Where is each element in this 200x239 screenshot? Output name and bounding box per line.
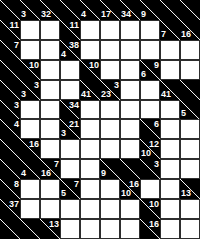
entry-cell-r10-c4[interactable] (80, 199, 100, 219)
entry-cell-r11-c4[interactable] (80, 219, 100, 239)
diagonal-line (160, 0, 180, 20)
diagonal-line (60, 0, 80, 20)
down-clue: 7 (161, 30, 166, 39)
clue-cell-r6-c7: 6 (140, 119, 160, 139)
entry-cell-r4-c7[interactable] (140, 80, 160, 100)
down-clue: 9 (101, 169, 106, 178)
entry-cell-r5-c2[interactable] (40, 100, 60, 120)
entry-cell-r8-c8[interactable] (160, 159, 180, 179)
diagonal-line (180, 80, 200, 100)
entry-cell-r11-c6[interactable] (120, 219, 140, 239)
entry-cell-r5-c7[interactable] (140, 100, 160, 120)
entry-cell-r5-c6[interactable] (120, 100, 140, 120)
down-clue: 41 (161, 90, 171, 99)
entry-cell-r3-c8[interactable] (160, 60, 180, 80)
entry-cell-r11-c5[interactable] (100, 219, 120, 239)
entry-cell-r11-c3[interactable] (60, 219, 80, 239)
entry-cell-r4-c2[interactable] (40, 80, 60, 100)
entry-cell-r9-c7[interactable] (140, 179, 160, 199)
diagonal-line (0, 80, 20, 100)
entry-cell-r10-c5[interactable] (100, 199, 120, 219)
entry-cell-r10-c9[interactable] (180, 199, 200, 219)
entry-cell-r1-c1[interactable] (20, 20, 40, 40)
clue-cell-r0-c1: 3 (20, 0, 40, 20)
entry-cell-r11-c9[interactable] (180, 219, 200, 239)
clue-cell-r3-c1: 10 (20, 60, 40, 80)
clue-cell-r0-c5: 17 (100, 0, 120, 20)
entry-cell-r1-c5[interactable] (100, 20, 120, 40)
clue-cell-r0-c6: 34 (120, 0, 140, 20)
down-clue: 10 (141, 149, 151, 158)
diagonal-line (0, 0, 20, 20)
down-clue: 16 (41, 169, 51, 178)
block-cell-r11-c1 (20, 219, 40, 239)
across-clue: 3 (114, 81, 119, 90)
diagonal-line (120, 159, 140, 179)
clue-cell-r0-c7: 9 (140, 0, 160, 20)
clue-cell-r8-c1: 4 (20, 159, 40, 179)
down-clue: 3 (21, 90, 26, 99)
block-cell-r3-c0 (0, 60, 20, 80)
block-cell-r0-c0 (0, 0, 20, 20)
entry-cell-r8-c4[interactable] (80, 159, 100, 179)
entry-cell-r1-c6[interactable] (120, 20, 140, 40)
clue-cell-r4-c1: 33 (20, 80, 40, 100)
entry-cell-r4-c6[interactable] (120, 80, 140, 100)
down-clue: 17 (101, 10, 111, 19)
across-clue: 16 (29, 140, 39, 149)
down-clue: 23 (101, 90, 111, 99)
block-cell-r11-c0 (0, 219, 20, 239)
clue-cell-r4-c4: 41 (80, 80, 100, 100)
entry-cell-r10-c8[interactable] (160, 199, 180, 219)
block-cell-r8-c6 (120, 159, 140, 179)
entry-cell-r11-c8[interactable] (160, 219, 180, 239)
diagonal-line (180, 0, 200, 20)
across-clue: 7 (14, 41, 19, 50)
across-clue: 16 (149, 220, 159, 229)
diagonal-line (0, 219, 20, 239)
clue-cell-r8-c7: 3 (140, 159, 160, 179)
across-clue: 38 (69, 41, 79, 50)
diagonal-line (0, 60, 20, 80)
down-clue: 4 (21, 169, 26, 178)
down-clue: 32 (41, 10, 51, 19)
entry-cell-r9-c8[interactable] (160, 179, 180, 199)
down-clue: 16 (181, 30, 191, 39)
entry-cell-r3-c6[interactable] (120, 60, 140, 80)
across-clue: 21 (69, 120, 79, 129)
clue-cell-r3-c7: 96 (140, 60, 160, 80)
entry-cell-r3-c2[interactable] (40, 60, 60, 80)
entry-cell-r1-c4[interactable] (80, 20, 100, 40)
entry-cell-r7-c9[interactable] (180, 139, 200, 159)
block-cell-r4-c0 (0, 80, 20, 100)
down-clue: 6 (141, 70, 146, 79)
across-clue: 11 (9, 21, 19, 30)
entry-cell-r10-c3[interactable] (60, 199, 80, 219)
entry-cell-r5-c5[interactable] (100, 100, 120, 120)
entry-cell-r2-c7[interactable] (140, 40, 160, 60)
across-clue: 10 (29, 61, 39, 70)
clue-cell-r1-c8: 7 (160, 20, 180, 40)
across-clue: 3 (154, 160, 159, 169)
clue-cell-r10-c0: 37 (0, 199, 20, 219)
down-clue: 41 (81, 90, 91, 99)
clue-cell-r10-c7: 10 (140, 199, 160, 219)
across-clue: 34 (69, 101, 79, 110)
entry-cell-r8-c3[interactable] (60, 159, 80, 179)
entry-cell-r2-c5[interactable] (100, 40, 120, 60)
entry-cell-r2-c9[interactable] (180, 40, 200, 60)
entry-cell-r3-c9[interactable] (180, 60, 200, 80)
entry-cell-r9-c2[interactable] (40, 179, 60, 199)
clue-cell-r7-c7: 1210 (140, 139, 160, 159)
entry-cell-r8-c9[interactable] (180, 159, 200, 179)
entry-cell-r9-c5[interactable] (100, 179, 120, 199)
across-clue: 6 (154, 120, 159, 129)
down-clue: 5 (181, 109, 186, 118)
entry-cell-r5-c1[interactable] (20, 100, 40, 120)
entry-cell-r2-c1[interactable] (20, 40, 40, 60)
entry-cell-r6-c5[interactable] (100, 119, 120, 139)
across-clue: 3 (14, 101, 19, 110)
clue-cell-r0-c4: 4 (80, 0, 100, 20)
down-clue: 9 (141, 10, 146, 19)
entry-cell-r6-c8[interactable] (160, 119, 180, 139)
down-clue: 4 (81, 10, 86, 19)
entry-cell-r10-c6[interactable] (120, 199, 140, 219)
entry-cell-r2-c6[interactable] (120, 40, 140, 60)
across-clue: 10 (149, 200, 159, 209)
entry-cell-r5-c4[interactable] (80, 100, 100, 120)
entry-cell-r2-c2[interactable] (40, 40, 60, 60)
clue-cell-r1-c3: 11 (60, 20, 80, 40)
clue-cell-r9-c0: 8 (0, 179, 20, 199)
across-clue: 3 (34, 81, 39, 90)
across-clue: 37 (9, 200, 19, 209)
entry-cell-r6-c6[interactable] (120, 119, 140, 139)
clue-cell-r8-c2: 716 (40, 159, 60, 179)
entry-cell-r4-c3[interactable] (60, 80, 80, 100)
clue-cell-r8-c5: 9 (100, 159, 120, 179)
across-clue: 9 (154, 61, 159, 70)
entry-cell-r5-c8[interactable] (160, 100, 180, 120)
entry-cell-r1-c7[interactable] (140, 20, 160, 40)
kakuro-board: 3324173491111716738410109633413234133454… (0, 0, 200, 239)
clue-cell-r2-c0: 7 (0, 40, 20, 60)
clue-cell-r11-c2: 13 (40, 219, 60, 239)
entry-cell-r7-c8[interactable] (160, 139, 180, 159)
across-clue: 10 (89, 61, 99, 70)
clue-cell-r11-c7: 16 (140, 219, 160, 239)
down-clue: 13 (181, 189, 191, 198)
down-clue: 10 (121, 189, 131, 198)
block-cell-r0-c8 (160, 0, 180, 20)
down-clue: 3 (61, 129, 66, 138)
across-clue: 11 (69, 21, 79, 30)
entry-cell-r2-c4[interactable] (80, 40, 100, 60)
entry-cell-r6-c2[interactable] (40, 119, 60, 139)
down-clue: 5 (61, 189, 66, 198)
entry-cell-r3-c5[interactable] (100, 60, 120, 80)
across-clue: 8 (14, 180, 19, 189)
entry-cell-r9-c1[interactable] (20, 179, 40, 199)
across-clue: 7 (54, 160, 59, 169)
block-cell-r7-c0 (0, 139, 20, 159)
diagonal-line (0, 159, 20, 179)
down-clue: 34 (121, 10, 131, 19)
entry-cell-r6-c1[interactable] (20, 119, 40, 139)
clue-cell-r5-c0: 3 (0, 100, 20, 120)
block-cell-r4-c9 (180, 80, 200, 100)
across-clue: 7 (74, 180, 79, 189)
entry-cell-r2-c8[interactable] (160, 40, 180, 60)
clue-cell-r9-c6: 1610 (120, 179, 140, 199)
entry-cell-r7-c3[interactable] (60, 139, 80, 159)
clue-cell-r6-c0: 4 (0, 119, 20, 139)
clue-cell-r0-c2: 32 (40, 0, 60, 20)
entry-cell-r6-c4[interactable] (80, 119, 100, 139)
entry-cell-r9-c4[interactable] (80, 179, 100, 199)
diagonal-line (20, 219, 40, 239)
across-clue: 13 (49, 220, 59, 229)
clue-cell-r4-c8: 41 (160, 80, 180, 100)
clue-cell-r6-c3: 213 (60, 119, 80, 139)
clue-cell-r7-c1: 16 (20, 139, 40, 159)
block-cell-r0-c9 (180, 0, 200, 20)
entry-cell-r7-c4[interactable] (80, 139, 100, 159)
entry-cell-r7-c5[interactable] (100, 139, 120, 159)
clue-cell-r5-c9: 5 (180, 100, 200, 120)
entry-cell-r10-c2[interactable] (40, 199, 60, 219)
across-clue: 4 (14, 120, 19, 129)
clue-cell-r1-c9: 16 (180, 20, 200, 40)
clue-cell-r3-c4: 10 (80, 60, 100, 80)
entry-cell-r1-c2[interactable] (40, 20, 60, 40)
diagonal-line (0, 139, 20, 159)
entry-cell-r7-c6[interactable] (120, 139, 140, 159)
clue-cell-r9-c3: 75 (60, 179, 80, 199)
clue-cell-r1-c0: 11 (0, 20, 20, 40)
down-clue: 4 (61, 50, 66, 59)
down-clue: 3 (21, 10, 26, 19)
clue-cell-r2-c3: 384 (60, 40, 80, 60)
entry-cell-r10-c1[interactable] (20, 199, 40, 219)
block-cell-r0-c3 (60, 0, 80, 20)
clue-cell-r9-c9: 13 (180, 179, 200, 199)
entry-cell-r6-c9[interactable] (180, 119, 200, 139)
entry-cell-r7-c2[interactable] (40, 139, 60, 159)
block-cell-r8-c0 (0, 159, 20, 179)
clue-cell-r4-c5: 323 (100, 80, 120, 100)
entry-cell-r3-c3[interactable] (60, 60, 80, 80)
clue-cell-r5-c3: 34 (60, 100, 80, 120)
